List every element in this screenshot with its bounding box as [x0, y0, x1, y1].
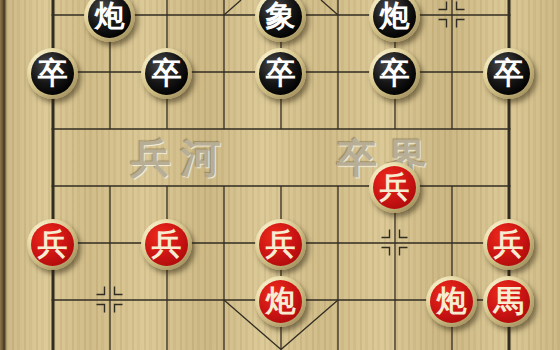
piece-black-cannon-g2[interactable]: 炮 [369, 0, 420, 42]
red-soldier-disc: 兵 [373, 166, 416, 209]
red-soldier-glyph: 兵 [380, 172, 410, 202]
point-g5[interactable]: 兵 [366, 157, 423, 214]
point-e2[interactable]: 象 [252, 0, 309, 43]
point-d6[interactable] [195, 214, 252, 271]
point-e4[interactable] [252, 100, 309, 157]
red-soldier-glyph: 兵 [38, 229, 68, 259]
piece-red-cannon-e7[interactable]: 炮 [255, 276, 306, 327]
point-i7[interactable]: 馬 [480, 271, 537, 328]
point-a6[interactable]: 兵 [24, 214, 81, 271]
piece-red-soldier-i6[interactable]: 兵 [483, 219, 534, 270]
point-h4[interactable] [423, 100, 480, 157]
piece-red-cannon-h7[interactable]: 炮 [426, 276, 477, 327]
red-soldier-glyph: 兵 [494, 229, 524, 259]
point-a2[interactable] [24, 0, 81, 43]
point-b7[interactable] [81, 271, 138, 328]
piece-black-soldier-c3[interactable]: 卒 [141, 48, 192, 99]
black-soldier-disc: 卒 [31, 52, 74, 95]
piece-red-horse-i7[interactable]: 馬 [483, 276, 534, 327]
point-e3[interactable]: 卒 [252, 43, 309, 100]
piece-red-soldier-a6[interactable]: 兵 [27, 219, 78, 270]
point-d4[interactable] [195, 100, 252, 157]
point-a4[interactable] [24, 100, 81, 157]
point-e7[interactable]: 炮 [252, 271, 309, 328]
point-f6[interactable] [309, 214, 366, 271]
point-i2[interactable] [480, 0, 537, 43]
red-horse-disc: 馬 [487, 280, 530, 323]
point-b3[interactable] [81, 43, 138, 100]
black-soldier-glyph: 卒 [380, 58, 410, 88]
point-b2[interactable]: 炮 [81, 0, 138, 43]
point-h2[interactable] [423, 0, 480, 43]
point-h3[interactable] [423, 43, 480, 100]
red-cannon-disc: 炮 [259, 280, 302, 323]
board-left-edge [0, 0, 7, 350]
piece-red-soldier-c6[interactable]: 兵 [141, 219, 192, 270]
point-c4[interactable] [138, 100, 195, 157]
point-h7[interactable]: 炮 [423, 271, 480, 328]
point-h5[interactable] [423, 157, 480, 214]
piece-black-soldier-i3[interactable]: 卒 [483, 48, 534, 99]
piece-black-soldier-e3[interactable]: 卒 [255, 48, 306, 99]
point-d5[interactable] [195, 157, 252, 214]
point-i6[interactable]: 兵 [480, 214, 537, 271]
red-soldier-disc: 兵 [487, 223, 530, 266]
point-c3[interactable]: 卒 [138, 43, 195, 100]
red-soldier-glyph: 兵 [266, 229, 296, 259]
black-cannon-glyph: 炮 [95, 1, 125, 31]
point-g3[interactable]: 卒 [366, 43, 423, 100]
black-soldier-disc: 卒 [487, 52, 530, 95]
piece-black-soldier-g3[interactable]: 卒 [369, 48, 420, 99]
black-cannon-disc: 炮 [88, 0, 131, 38]
black-soldier-glyph: 卒 [38, 58, 68, 88]
black-soldier-disc: 卒 [145, 52, 188, 95]
point-h6[interactable] [423, 214, 480, 271]
point-i5[interactable] [480, 157, 537, 214]
point-f7[interactable] [309, 271, 366, 328]
black-elephant-glyph: 象 [266, 1, 296, 31]
point-b4[interactable] [81, 100, 138, 157]
black-cannon-disc: 炮 [373, 0, 416, 38]
piece-red-soldier-e6[interactable]: 兵 [255, 219, 306, 270]
point-g4[interactable] [366, 100, 423, 157]
point-f2[interactable] [309, 0, 366, 43]
point-a3[interactable]: 卒 [24, 43, 81, 100]
point-f4[interactable] [309, 100, 366, 157]
point-c6[interactable]: 兵 [138, 214, 195, 271]
red-soldier-disc: 兵 [259, 223, 302, 266]
point-g7[interactable] [366, 271, 423, 328]
point-f5[interactable] [309, 157, 366, 214]
red-cannon-disc: 炮 [430, 280, 473, 323]
point-c2[interactable] [138, 0, 195, 43]
red-cannon-glyph: 炮 [437, 286, 467, 316]
point-f3[interactable] [309, 43, 366, 100]
black-soldier-glyph: 卒 [266, 58, 296, 88]
piece-black-soldier-a3[interactable]: 卒 [27, 48, 78, 99]
black-soldier-glyph: 卒 [494, 58, 524, 88]
point-i3[interactable]: 卒 [480, 43, 537, 100]
point-d2[interactable] [195, 0, 252, 43]
point-a5[interactable] [24, 157, 81, 214]
point-c5[interactable] [138, 157, 195, 214]
point-e6[interactable]: 兵 [252, 214, 309, 271]
red-cannon-glyph: 炮 [266, 286, 296, 316]
black-cannon-glyph: 炮 [380, 1, 410, 31]
red-soldier-glyph: 兵 [152, 229, 182, 259]
point-e5[interactable] [252, 157, 309, 214]
red-soldier-disc: 兵 [145, 223, 188, 266]
black-elephant-disc: 象 [259, 0, 302, 38]
point-g2[interactable]: 炮 [366, 0, 423, 43]
piece-black-cannon-b2[interactable]: 炮 [84, 0, 135, 42]
xiangqi-board: 兵河 卒界 炮象炮卒卒卒卒卒兵兵兵兵兵炮炮馬 [0, 0, 560, 350]
piece-black-elephant-e2[interactable]: 象 [255, 0, 306, 42]
point-b5[interactable] [81, 157, 138, 214]
red-horse-glyph: 馬 [494, 286, 524, 316]
black-soldier-disc: 卒 [259, 52, 302, 95]
point-g6[interactable] [366, 214, 423, 271]
point-b6[interactable] [81, 214, 138, 271]
piece-grid: 炮象炮卒卒卒卒卒兵兵兵兵兵炮炮馬 [24, 0, 537, 328]
black-soldier-disc: 卒 [373, 52, 416, 95]
point-d3[interactable] [195, 43, 252, 100]
piece-red-soldier-g5[interactable]: 兵 [369, 162, 420, 213]
red-soldier-disc: 兵 [31, 223, 74, 266]
point-i4[interactable] [480, 100, 537, 157]
point-d7[interactable] [195, 271, 252, 328]
black-soldier-glyph: 卒 [152, 58, 182, 88]
point-c7[interactable] [138, 271, 195, 328]
point-a7[interactable] [24, 271, 81, 328]
